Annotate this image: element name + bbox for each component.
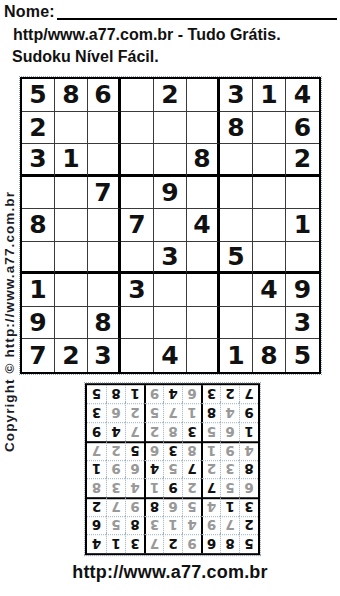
name-row: Nome: [4, 3, 337, 21]
puzzle-cell-r2c1-given[interactable]: 2 [22, 112, 55, 145]
puzzle-cell-r5c8[interactable] [253, 209, 286, 242]
puzzle-cell-r3c9-given[interactable]: 2 [286, 144, 319, 177]
puzzle-cell-r7c3[interactable] [88, 274, 121, 307]
puzzle-cell-r4c6[interactable] [187, 177, 220, 210]
puzzle-cell-r1c9-given[interactable]: 4 [286, 79, 319, 112]
solution-cell-r8c6-solved: 5 [144, 404, 163, 423]
name-write-in-line [57, 4, 337, 20]
puzzle-cell-r3c5[interactable] [154, 144, 187, 177]
puzzle-cell-r4c7[interactable] [220, 177, 253, 210]
solution-cell-r6c9-solved: 7 [87, 441, 106, 460]
puzzle-cell-r4c1[interactable] [22, 177, 55, 210]
solution-cell-r4c6-solved: 1 [144, 478, 163, 497]
solution-cell-r7c1-given: 1 [239, 422, 258, 441]
solution-cell-r9c9-given: 5 [87, 385, 106, 404]
solution-cell-r8c5-solved: 7 [163, 404, 182, 423]
solution-cell-r6c2-solved: 9 [220, 441, 239, 460]
puzzle-cell-r8c5[interactable] [154, 307, 187, 340]
puzzle-cell-r5c4-given[interactable]: 7 [121, 209, 154, 242]
puzzle-cell-r5c3[interactable] [88, 209, 121, 242]
solution-cell-r2c4-solved: 4 [182, 516, 201, 535]
puzzle-cell-r5c1-given[interactable]: 8 [22, 209, 55, 242]
solution-cell-r5c2-solved: 3 [220, 460, 239, 479]
solution-cell-r1c9-given: 4 [87, 535, 106, 554]
solution-cell-r1c2-given: 8 [220, 535, 239, 554]
solution-cell-r8c1-given: 9 [239, 404, 258, 423]
solution-cell-r3c5-solved: 6 [163, 497, 182, 516]
solution-cell-r2c2-solved: 7 [220, 516, 239, 535]
puzzle-cell-r6c7-given[interactable]: 5 [220, 242, 253, 275]
puzzle-cell-r7c5[interactable] [154, 274, 187, 307]
solution-cell-r6c7-given: 5 [125, 441, 144, 460]
solution-cell-r4c3-given: 7 [201, 478, 220, 497]
puzzle-cell-r5c9-given[interactable]: 1 [286, 209, 319, 242]
solution-cell-r4c1-solved: 6 [239, 478, 258, 497]
puzzle-cell-r1c7-given[interactable]: 3 [220, 79, 253, 112]
solution-cell-r5c3-solved: 2 [201, 460, 220, 479]
name-label: Nome: [4, 3, 55, 21]
puzzle-cell-r3c7[interactable] [220, 144, 253, 177]
puzzle-cell-r7c2[interactable] [55, 274, 88, 307]
solution-cell-r4c5-given: 9 [163, 478, 182, 497]
solution-cell-r9c1-given: 7 [239, 385, 258, 404]
solution-cell-r4c7-solved: 4 [125, 478, 144, 497]
puzzle-cell-r4c3-given[interactable]: 7 [88, 177, 121, 210]
puzzle-cell-r8c2[interactable] [55, 307, 88, 340]
solution-cell-r6c4-solved: 8 [182, 441, 201, 460]
solution-cell-r1c4-solved: 9 [182, 535, 201, 554]
solution-cell-r2c5-solved: 1 [163, 516, 182, 535]
solution-cell-r8c9-given: 3 [87, 404, 106, 423]
puzzle-cell-r9c3-given[interactable]: 3 [88, 339, 121, 372]
solution-cell-r8c7-solved: 2 [125, 404, 144, 423]
solution-cell-r6c8-solved: 2 [106, 441, 125, 460]
puzzle-cell-r2c8[interactable] [253, 112, 286, 145]
solution-cell-r2c7-given: 8 [125, 516, 144, 535]
solution-cell-r5c8-solved: 9 [106, 460, 125, 479]
solution-cell-r9c8-given: 8 [106, 385, 125, 404]
puzzle-cell-r9c1-given[interactable]: 7 [22, 339, 55, 372]
puzzle-cell-r6c1[interactable] [22, 242, 55, 275]
puzzle-cell-r9c7-given[interactable]: 1 [220, 339, 253, 372]
solution-cell-r5c6-given: 4 [144, 460, 163, 479]
sudoku-solution-grid: 5869273142794138563145689726572914388327… [85, 383, 260, 555]
puzzle-cell-r2c2[interactable] [55, 112, 88, 145]
puzzle-cell-r6c9[interactable] [286, 242, 319, 275]
worksheet-page: Nome: http/www.a77.com.br - Tudo Grátis.… [0, 0, 340, 596]
puzzle-cell-r2c5[interactable] [154, 112, 187, 145]
puzzle-cell-r8c3-given[interactable]: 8 [88, 307, 121, 340]
puzzle-cell-r3c8[interactable] [253, 144, 286, 177]
puzzle-cell-r1c5-given[interactable]: 2 [154, 79, 187, 112]
puzzle-cell-r7c7[interactable] [220, 274, 253, 307]
solution-cell-r6c1-solved: 4 [239, 441, 258, 460]
solution-cell-r5c5-solved: 5 [163, 460, 182, 479]
puzzle-cell-r8c7[interactable] [220, 307, 253, 340]
solution-cell-r7c2-solved: 6 [220, 422, 239, 441]
puzzle-cell-r9c5-given[interactable]: 4 [154, 339, 187, 372]
solution-cell-r7c3-solved: 5 [201, 422, 220, 441]
solution-cell-r7c8-given: 4 [106, 422, 125, 441]
puzzle-cell-r1c4[interactable] [121, 79, 154, 112]
puzzle-cell-r8c8[interactable] [253, 307, 286, 340]
solution-cell-r1c3-given: 6 [201, 535, 220, 554]
puzzle-cell-r6c5-given[interactable]: 3 [154, 242, 187, 275]
copyright-vertical-text: Copyright © http://www.a77.com.br [2, 191, 17, 452]
puzzle-cell-r2c3[interactable] [88, 112, 121, 145]
solution-cell-r5c9-given: 1 [87, 460, 106, 479]
puzzle-cell-r9c8-given[interactable]: 8 [253, 339, 286, 372]
solution-cell-r1c8-given: 1 [106, 535, 125, 554]
puzzle-cell-r7c9-given[interactable]: 9 [286, 274, 319, 307]
solution-cell-r4c2-solved: 5 [220, 478, 239, 497]
solution-cell-r5c4-given: 7 [182, 460, 201, 479]
puzzle-cell-r4c5-given[interactable]: 9 [154, 177, 187, 210]
puzzle-cell-r4c2[interactable] [55, 177, 88, 210]
puzzle-cell-r5c6-given[interactable]: 4 [187, 209, 220, 242]
solution-cell-r9c2-given: 2 [220, 385, 239, 404]
puzzle-cell-r8c9-given[interactable]: 3 [286, 307, 319, 340]
puzzle-cell-r8c1-given[interactable]: 9 [22, 307, 55, 340]
solution-cell-r9c4-solved: 6 [182, 385, 201, 404]
solution-cell-r7c6-solved: 2 [144, 422, 163, 441]
puzzle-cell-r9c9-given[interactable]: 5 [286, 339, 319, 372]
solution-cell-r3c4-solved: 5 [182, 497, 201, 516]
puzzle-cell-r7c8-given[interactable]: 4 [253, 274, 286, 307]
puzzle-cell-r9c4[interactable] [121, 339, 154, 372]
puzzle-cell-r7c1-given[interactable]: 1 [22, 274, 55, 307]
solution-cell-r4c8-solved: 3 [106, 478, 125, 497]
puzzle-cell-r6c3[interactable] [88, 242, 121, 275]
solution-cell-r6c5-given: 3 [163, 441, 182, 460]
solution-cell-r9c7-given: 1 [125, 385, 144, 404]
solution-cell-r5c1-given: 8 [239, 460, 258, 479]
puzzle-cell-r5c7[interactable] [220, 209, 253, 242]
page-title: Sudoku Nível Fácil. [12, 48, 159, 66]
puzzle-cell-r3c1-given[interactable]: 3 [22, 144, 55, 177]
header-site-line: http/www.a77.com.br - Tudo Grátis. [13, 26, 281, 44]
solution-cell-r8c3-given: 8 [201, 404, 220, 423]
solution-cell-r9c3-given: 3 [201, 385, 220, 404]
solution-cell-r9c5-given: 4 [163, 385, 182, 404]
solution-cell-r8c8-solved: 6 [106, 404, 125, 423]
puzzle-cell-r6c4[interactable] [121, 242, 154, 275]
puzzle-cell-r2c6[interactable] [187, 112, 220, 145]
solution-cell-r3c8-solved: 7 [106, 497, 125, 516]
puzzle-cell-r5c2[interactable] [55, 209, 88, 242]
solution-cell-r1c5-given: 2 [163, 535, 182, 554]
puzzle-cell-r8c6[interactable] [187, 307, 220, 340]
solution-cell-r2c9-given: 6 [87, 516, 106, 535]
solution-cell-r4c4-solved: 2 [182, 478, 201, 497]
sudoku-puzzle-grid: 586231428631827987413513499837234185 [20, 77, 321, 374]
solution-cell-r1c6-solved: 7 [144, 535, 163, 554]
solution-cell-r2c3-solved: 9 [201, 516, 220, 535]
puzzle-cell-r1c6[interactable] [187, 79, 220, 112]
solution-cell-r3c2-given: 1 [220, 497, 239, 516]
puzzle-cell-r6c2[interactable] [55, 242, 88, 275]
solution-cell-r2c1-given: 2 [239, 516, 258, 535]
solution-cell-r1c7-given: 3 [125, 535, 144, 554]
puzzle-cell-r4c8[interactable] [253, 177, 286, 210]
puzzle-cell-r1c1-given[interactable]: 5 [22, 79, 55, 112]
solution-cell-r1c1-given: 5 [239, 535, 258, 554]
puzzle-cell-r7c4-given[interactable]: 3 [121, 274, 154, 307]
puzzle-cell-r3c3[interactable] [88, 144, 121, 177]
solution-cell-r3c6-given: 8 [144, 497, 163, 516]
puzzle-cell-r6c6[interactable] [187, 242, 220, 275]
solution-cell-r3c3-solved: 4 [201, 497, 220, 516]
puzzle-cell-r1c8-given[interactable]: 1 [253, 79, 286, 112]
puzzle-cell-r6c8[interactable] [253, 242, 286, 275]
solution-cell-r4c9-solved: 8 [87, 478, 106, 497]
solution-cell-r7c5-solved: 8 [163, 422, 182, 441]
solution-cell-r7c7-solved: 7 [125, 422, 144, 441]
puzzle-cell-r2c7-given[interactable]: 8 [220, 112, 253, 145]
solution-cell-r2c6-solved: 3 [144, 516, 163, 535]
solution-cell-r8c2-solved: 4 [220, 404, 239, 423]
solution-cell-r2c8-solved: 5 [106, 516, 125, 535]
puzzle-cell-r8c4[interactable] [121, 307, 154, 340]
puzzle-cell-r9c2-given[interactable]: 2 [55, 339, 88, 372]
puzzle-cell-r9c6[interactable] [187, 339, 220, 372]
solution-cell-r6c3-solved: 1 [201, 441, 220, 460]
solution-cell-r3c1-given: 3 [239, 497, 258, 516]
puzzle-cell-r5c5[interactable] [154, 209, 187, 242]
puzzle-cell-r7c6[interactable] [187, 274, 220, 307]
solution-cell-r7c9-given: 9 [87, 422, 106, 441]
solution-cell-r7c4-given: 3 [182, 422, 201, 441]
puzzle-cell-r4c9[interactable] [286, 177, 319, 210]
puzzle-cell-r1c3-given[interactable]: 6 [88, 79, 121, 112]
solution-cell-r5c7-solved: 6 [125, 460, 144, 479]
puzzle-cell-r2c9-given[interactable]: 6 [286, 112, 319, 145]
solution-cell-r9c6-solved: 9 [144, 385, 163, 404]
puzzle-cell-r1c2-given[interactable]: 8 [55, 79, 88, 112]
solution-cell-r8c4-solved: 1 [182, 404, 201, 423]
puzzle-cell-r2c4[interactable] [121, 112, 154, 145]
solution-cell-r3c9-given: 2 [87, 497, 106, 516]
solution-cell-r6c6-solved: 6 [144, 441, 163, 460]
puzzle-cell-r3c6-given[interactable]: 8 [187, 144, 220, 177]
puzzle-cell-r3c4[interactable] [121, 144, 154, 177]
footer-url: http://www.a77.com.br [0, 562, 340, 583]
puzzle-cell-r3c2-given[interactable]: 1 [55, 144, 88, 177]
puzzle-cell-r4c4[interactable] [121, 177, 154, 210]
solution-cell-r3c7-solved: 9 [125, 497, 144, 516]
